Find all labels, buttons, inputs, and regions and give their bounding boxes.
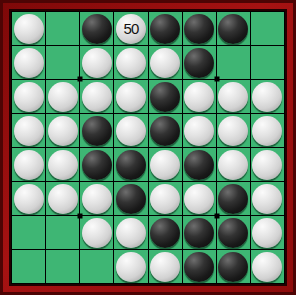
- black-disc-g7: [218, 218, 248, 248]
- white-disc-d1: 50: [116, 14, 146, 44]
- cell-e8[interactable]: [149, 250, 182, 283]
- black-disc-g6: [218, 184, 248, 214]
- white-disc-f3: [184, 82, 214, 112]
- cell-a5[interactable]: [12, 148, 45, 181]
- cell-a8[interactable]: [12, 250, 45, 283]
- cell-e4[interactable]: [149, 114, 182, 147]
- black-disc-d5: [116, 150, 146, 180]
- white-disc-h6: [252, 184, 282, 214]
- white-disc-b5: [48, 150, 78, 180]
- white-disc-h4: [252, 116, 282, 146]
- white-disc-g4: [218, 116, 248, 146]
- white-disc-d2: [116, 48, 146, 78]
- cell-e7[interactable]: [149, 216, 182, 249]
- cell-f2[interactable]: [183, 46, 216, 79]
- cell-d3[interactable]: [114, 80, 147, 113]
- white-disc-a3: [14, 82, 44, 112]
- cell-f6[interactable]: [183, 182, 216, 215]
- othello-board: 50: [11, 11, 285, 284]
- last-move-number: 50: [124, 21, 139, 36]
- cell-b1[interactable]: [46, 12, 79, 45]
- white-disc-a1: [14, 14, 44, 44]
- cell-f1[interactable]: [183, 12, 216, 45]
- cell-d5[interactable]: [114, 148, 147, 181]
- cell-e6[interactable]: [149, 182, 182, 215]
- cell-d4[interactable]: [114, 114, 147, 147]
- black-disc-g1: [218, 14, 248, 44]
- white-disc-c6: [82, 184, 112, 214]
- white-disc-d7: [116, 218, 146, 248]
- white-disc-c7: [82, 218, 112, 248]
- cell-g1[interactable]: [217, 12, 250, 45]
- cell-g2[interactable]: [217, 46, 250, 79]
- cell-g8[interactable]: [217, 250, 250, 283]
- black-disc-e1: [150, 14, 180, 44]
- cell-f5[interactable]: [183, 148, 216, 181]
- cell-c6[interactable]: [80, 182, 113, 215]
- cell-h6[interactable]: [251, 182, 284, 215]
- cell-g7[interactable]: [217, 216, 250, 249]
- cell-h5[interactable]: [251, 148, 284, 181]
- white-disc-e2: [150, 48, 180, 78]
- white-disc-h8: [252, 252, 282, 282]
- white-disc-e5: [150, 150, 180, 180]
- cell-h1[interactable]: [251, 12, 284, 45]
- black-disc-f1: [184, 14, 214, 44]
- black-disc-e7: [150, 218, 180, 248]
- cell-d1[interactable]: 50: [114, 12, 147, 45]
- cell-f3[interactable]: [183, 80, 216, 113]
- black-disc-f8: [184, 252, 214, 282]
- cell-d2[interactable]: [114, 46, 147, 79]
- cell-f4[interactable]: [183, 114, 216, 147]
- cell-c7[interactable]: [80, 216, 113, 249]
- cell-f8[interactable]: [183, 250, 216, 283]
- cell-h7[interactable]: [251, 216, 284, 249]
- cell-a1[interactable]: [12, 12, 45, 45]
- cell-a7[interactable]: [12, 216, 45, 249]
- cell-d7[interactable]: [114, 216, 147, 249]
- cell-e2[interactable]: [149, 46, 182, 79]
- cell-e1[interactable]: [149, 12, 182, 45]
- cell-b5[interactable]: [46, 148, 79, 181]
- white-disc-e6: [150, 184, 180, 214]
- cell-c2[interactable]: [80, 46, 113, 79]
- white-disc-h3: [252, 82, 282, 112]
- cell-b8[interactable]: [46, 250, 79, 283]
- white-disc-c3: [82, 82, 112, 112]
- black-disc-e3: [150, 82, 180, 112]
- white-disc-b4: [48, 116, 78, 146]
- cell-h2[interactable]: [251, 46, 284, 79]
- white-disc-f6: [184, 184, 214, 214]
- cell-g3[interactable]: [217, 80, 250, 113]
- cell-c8[interactable]: [80, 250, 113, 283]
- black-disc-f5: [184, 150, 214, 180]
- board-frame-outer: 50: [0, 0, 296, 295]
- white-disc-h5: [252, 150, 282, 180]
- cell-h3[interactable]: [251, 80, 284, 113]
- cell-d8[interactable]: [114, 250, 147, 283]
- board-frame-bevel: 50: [3, 3, 293, 292]
- cell-c3[interactable]: [80, 80, 113, 113]
- board-frame-shadow: 50: [9, 9, 287, 286]
- white-disc-a2: [14, 48, 44, 78]
- cell-b2[interactable]: [46, 46, 79, 79]
- white-disc-d3: [116, 82, 146, 112]
- white-disc-c2: [82, 48, 112, 78]
- cell-g4[interactable]: [217, 114, 250, 147]
- cell-a4[interactable]: [12, 114, 45, 147]
- cell-c1[interactable]: [80, 12, 113, 45]
- cell-g5[interactable]: [217, 148, 250, 181]
- cell-a6[interactable]: [12, 182, 45, 215]
- white-disc-b3: [48, 82, 78, 112]
- board-wrap: 50: [11, 11, 285, 284]
- white-disc-g3: [218, 82, 248, 112]
- black-disc-c4: [82, 116, 112, 146]
- black-disc-f7: [184, 218, 214, 248]
- cell-b4[interactable]: [46, 114, 79, 147]
- cell-c4[interactable]: [80, 114, 113, 147]
- cell-b3[interactable]: [46, 80, 79, 113]
- black-disc-c1: [82, 14, 112, 44]
- black-disc-g8: [218, 252, 248, 282]
- black-disc-d6: [116, 184, 146, 214]
- black-disc-f2: [184, 48, 214, 78]
- cell-d6[interactable]: [114, 182, 147, 215]
- cell-b7[interactable]: [46, 216, 79, 249]
- cell-b6[interactable]: [46, 182, 79, 215]
- white-disc-a4: [14, 116, 44, 146]
- white-disc-g5: [218, 150, 248, 180]
- cell-h8[interactable]: [251, 250, 284, 283]
- cell-a3[interactable]: [12, 80, 45, 113]
- white-disc-b6: [48, 184, 78, 214]
- white-disc-d4: [116, 116, 146, 146]
- white-disc-h7: [252, 218, 282, 248]
- cell-c5[interactable]: [80, 148, 113, 181]
- black-disc-e4: [150, 116, 180, 146]
- white-disc-a6: [14, 184, 44, 214]
- cell-g6[interactable]: [217, 182, 250, 215]
- cell-h4[interactable]: [251, 114, 284, 147]
- cell-e5[interactable]: [149, 148, 182, 181]
- black-disc-c5: [82, 150, 112, 180]
- white-disc-d8: [116, 252, 146, 282]
- white-disc-f4: [184, 116, 214, 146]
- cell-f7[interactable]: [183, 216, 216, 249]
- white-disc-a5: [14, 150, 44, 180]
- white-disc-e8: [150, 252, 180, 282]
- cell-a2[interactable]: [12, 46, 45, 79]
- cell-e3[interactable]: [149, 80, 182, 113]
